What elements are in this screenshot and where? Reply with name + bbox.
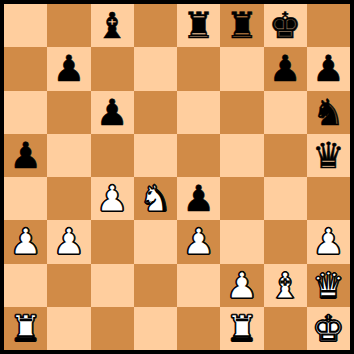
piece-black-pawn-h7[interactable]: ♟ [312, 47, 344, 90]
square-f2[interactable]: ♟ [220, 264, 263, 307]
square-h8[interactable] [307, 4, 350, 47]
piece-white-king-h1[interactable]: ♚ [312, 307, 344, 350]
square-a5[interactable]: ♟ [4, 134, 47, 177]
square-h3[interactable]: ♟ [307, 220, 350, 263]
piece-white-pawn-e3[interactable]: ♟ [182, 220, 214, 263]
square-b6[interactable] [47, 91, 90, 134]
piece-black-rook-f8[interactable]: ♜ [226, 4, 258, 47]
square-b4[interactable] [47, 177, 90, 220]
square-c7[interactable] [91, 47, 134, 90]
piece-white-pawn-b3[interactable]: ♟ [53, 220, 85, 263]
piece-black-bishop-c8[interactable]: ♝ [96, 4, 128, 47]
piece-white-pawn-f2[interactable]: ♟ [226, 264, 258, 307]
piece-black-pawn-a5[interactable]: ♟ [9, 134, 41, 177]
square-c6[interactable]: ♟ [91, 91, 134, 134]
square-g3[interactable] [264, 220, 307, 263]
piece-black-pawn-b7[interactable]: ♟ [53, 47, 85, 90]
square-c4[interactable]: ♟ [91, 177, 134, 220]
piece-black-pawn-c6[interactable]: ♟ [96, 91, 128, 134]
square-a7[interactable] [4, 47, 47, 90]
square-e5[interactable] [177, 134, 220, 177]
square-f4[interactable] [220, 177, 263, 220]
square-e4[interactable]: ♟ [177, 177, 220, 220]
square-b3[interactable]: ♟ [47, 220, 90, 263]
square-g5[interactable] [264, 134, 307, 177]
square-f5[interactable] [220, 134, 263, 177]
chess-board-frame: ♝♜♜♚♟♟♟♟♞♟♛♟♞♟♟♟♟♟♟♝♛♜♜♚ [0, 0, 354, 354]
piece-black-pawn-g7[interactable]: ♟ [269, 47, 301, 90]
square-d4[interactable]: ♞ [134, 177, 177, 220]
square-f7[interactable] [220, 47, 263, 90]
piece-white-queen-h2[interactable]: ♛ [312, 264, 344, 307]
piece-white-rook-a1[interactable]: ♜ [9, 307, 41, 350]
square-d7[interactable] [134, 47, 177, 90]
square-h5[interactable]: ♛ [307, 134, 350, 177]
square-c2[interactable] [91, 264, 134, 307]
piece-white-bishop-g2[interactable]: ♝ [269, 264, 301, 307]
square-h6[interactable]: ♞ [307, 91, 350, 134]
square-d3[interactable] [134, 220, 177, 263]
square-d5[interactable] [134, 134, 177, 177]
square-b5[interactable] [47, 134, 90, 177]
square-a6[interactable] [4, 91, 47, 134]
square-h1[interactable]: ♚ [307, 307, 350, 350]
square-e1[interactable] [177, 307, 220, 350]
square-g2[interactable]: ♝ [264, 264, 307, 307]
square-g6[interactable] [264, 91, 307, 134]
square-a2[interactable] [4, 264, 47, 307]
square-g7[interactable]: ♟ [264, 47, 307, 90]
square-a3[interactable]: ♟ [4, 220, 47, 263]
square-b7[interactable]: ♟ [47, 47, 90, 90]
square-h7[interactable]: ♟ [307, 47, 350, 90]
square-f8[interactable]: ♜ [220, 4, 263, 47]
piece-black-knight-h6[interactable]: ♞ [312, 91, 344, 134]
square-d6[interactable] [134, 91, 177, 134]
square-b1[interactable] [47, 307, 90, 350]
square-c3[interactable] [91, 220, 134, 263]
piece-white-pawn-c4[interactable]: ♟ [96, 177, 128, 220]
square-d1[interactable] [134, 307, 177, 350]
square-f3[interactable] [220, 220, 263, 263]
square-g4[interactable] [264, 177, 307, 220]
square-f1[interactable]: ♜ [220, 307, 263, 350]
chess-board: ♝♜♜♚♟♟♟♟♞♟♛♟♞♟♟♟♟♟♟♝♛♜♜♚ [4, 4, 350, 350]
piece-black-rook-e8[interactable]: ♜ [182, 4, 214, 47]
square-e2[interactable] [177, 264, 220, 307]
square-g1[interactable] [264, 307, 307, 350]
piece-white-pawn-h3[interactable]: ♟ [312, 220, 344, 263]
square-e7[interactable] [177, 47, 220, 90]
square-c1[interactable] [91, 307, 134, 350]
piece-white-pawn-a3[interactable]: ♟ [9, 220, 41, 263]
piece-white-rook-f1[interactable]: ♜ [226, 307, 258, 350]
square-h4[interactable] [307, 177, 350, 220]
square-d2[interactable] [134, 264, 177, 307]
square-b8[interactable] [47, 4, 90, 47]
square-a8[interactable] [4, 4, 47, 47]
square-e3[interactable]: ♟ [177, 220, 220, 263]
square-e8[interactable]: ♜ [177, 4, 220, 47]
square-a4[interactable] [4, 177, 47, 220]
piece-black-queen-h5[interactable]: ♛ [312, 134, 344, 177]
piece-black-pawn-e4[interactable]: ♟ [182, 177, 214, 220]
square-g8[interactable]: ♚ [264, 4, 307, 47]
square-f6[interactable] [220, 91, 263, 134]
square-b2[interactable] [47, 264, 90, 307]
square-c5[interactable] [91, 134, 134, 177]
piece-white-knight-d4[interactable]: ♞ [139, 177, 171, 220]
square-c8[interactable]: ♝ [91, 4, 134, 47]
piece-black-king-g8[interactable]: ♚ [269, 4, 301, 47]
square-e6[interactable] [177, 91, 220, 134]
square-d8[interactable] [134, 4, 177, 47]
square-h2[interactable]: ♛ [307, 264, 350, 307]
square-a1[interactable]: ♜ [4, 307, 47, 350]
